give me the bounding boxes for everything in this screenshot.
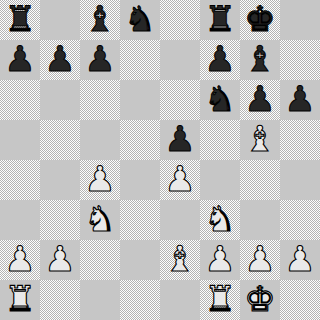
square-c3[interactable]: ♞: [80, 200, 120, 240]
square-h6[interactable]: ♟: [280, 80, 320, 120]
black-pawn: ♟: [284, 80, 315, 119]
square-c4[interactable]: ♟: [80, 160, 120, 200]
square-b7[interactable]: ♟: [40, 40, 80, 80]
black-rook: ♜: [4, 0, 35, 39]
square-f6[interactable]: ♞: [200, 80, 240, 120]
black-pawn: ♟: [4, 40, 35, 79]
square-g8[interactable]: ♚: [240, 0, 280, 40]
square-a8[interactable]: ♜: [0, 0, 40, 40]
square-a3[interactable]: [0, 200, 40, 240]
square-c6[interactable]: [80, 80, 120, 120]
square-g4[interactable]: [240, 160, 280, 200]
square-e2[interactable]: ♝: [160, 240, 200, 280]
white-pawn: ♟: [204, 240, 235, 279]
square-e1[interactable]: [160, 280, 200, 320]
black-bishop: ♝: [84, 0, 115, 39]
square-e8[interactable]: [160, 0, 200, 40]
square-e6[interactable]: [160, 80, 200, 120]
white-pawn: ♟: [4, 240, 35, 279]
square-f2[interactable]: ♟: [200, 240, 240, 280]
white-pawn: ♟: [44, 240, 75, 279]
white-knight: ♞: [84, 200, 115, 239]
square-h4[interactable]: [280, 160, 320, 200]
square-h1[interactable]: [280, 280, 320, 320]
square-d2[interactable]: [120, 240, 160, 280]
square-f3[interactable]: ♞: [200, 200, 240, 240]
square-d4[interactable]: [120, 160, 160, 200]
square-a6[interactable]: [0, 80, 40, 120]
square-e4[interactable]: ♟: [160, 160, 200, 200]
square-e3[interactable]: [160, 200, 200, 240]
black-pawn: ♟: [204, 40, 235, 79]
white-pawn: ♟: [284, 240, 315, 279]
square-f8[interactable]: ♜: [200, 0, 240, 40]
white-pawn: ♟: [164, 160, 195, 199]
white-bishop: ♝: [164, 240, 195, 279]
square-b4[interactable]: [40, 160, 80, 200]
square-h8[interactable]: [280, 0, 320, 40]
square-f5[interactable]: [200, 120, 240, 160]
square-a4[interactable]: [0, 160, 40, 200]
black-pawn: ♟: [44, 40, 75, 79]
square-b5[interactable]: [40, 120, 80, 160]
white-rook: ♜: [204, 280, 235, 319]
black-knight: ♞: [204, 80, 235, 119]
square-e7[interactable]: [160, 40, 200, 80]
square-g3[interactable]: [240, 200, 280, 240]
square-h7[interactable]: [280, 40, 320, 80]
square-b3[interactable]: [40, 200, 80, 240]
square-d7[interactable]: [120, 40, 160, 80]
square-g2[interactable]: ♟: [240, 240, 280, 280]
square-g7[interactable]: ♝: [240, 40, 280, 80]
black-pawn: ♟: [164, 120, 195, 159]
square-d8[interactable]: ♞: [120, 0, 160, 40]
square-a7[interactable]: ♟: [0, 40, 40, 80]
square-f7[interactable]: ♟: [200, 40, 240, 80]
square-g6[interactable]: ♟: [240, 80, 280, 120]
black-rook: ♜: [204, 0, 235, 39]
square-b2[interactable]: ♟: [40, 240, 80, 280]
square-d3[interactable]: [120, 200, 160, 240]
square-c1[interactable]: [80, 280, 120, 320]
square-g5[interactable]: ♝: [240, 120, 280, 160]
square-a5[interactable]: [0, 120, 40, 160]
square-e5[interactable]: ♟: [160, 120, 200, 160]
square-f1[interactable]: ♜: [200, 280, 240, 320]
black-king: ♚: [244, 0, 275, 39]
square-d5[interactable]: [120, 120, 160, 160]
square-c8[interactable]: ♝: [80, 0, 120, 40]
square-c5[interactable]: [80, 120, 120, 160]
square-g1[interactable]: ♚: [240, 280, 280, 320]
square-h3[interactable]: [280, 200, 320, 240]
square-f4[interactable]: [200, 160, 240, 200]
square-b8[interactable]: [40, 0, 80, 40]
square-a2[interactable]: ♟: [0, 240, 40, 280]
black-pawn: ♟: [244, 80, 275, 119]
white-king: ♚: [244, 280, 275, 319]
square-c7[interactable]: ♟: [80, 40, 120, 80]
chess-board: ♜♝♞♜♚♟♟♟♟♝♞♟♟♟♝♟♟♞♞♟♟♝♟♟♟♜♜♚: [0, 0, 320, 320]
square-d1[interactable]: [120, 280, 160, 320]
square-c2[interactable]: [80, 240, 120, 280]
square-b6[interactable]: [40, 80, 80, 120]
white-rook: ♜: [4, 280, 35, 319]
square-b1[interactable]: [40, 280, 80, 320]
black-pawn: ♟: [84, 40, 115, 79]
square-a1[interactable]: ♜: [0, 280, 40, 320]
white-bishop: ♝: [244, 120, 275, 159]
black-bishop: ♝: [244, 40, 275, 79]
black-knight: ♞: [124, 0, 155, 39]
white-pawn: ♟: [244, 240, 275, 279]
white-knight: ♞: [204, 200, 235, 239]
square-d6[interactable]: [120, 80, 160, 120]
square-h2[interactable]: ♟: [280, 240, 320, 280]
square-h5[interactable]: [280, 120, 320, 160]
white-pawn: ♟: [84, 160, 115, 199]
